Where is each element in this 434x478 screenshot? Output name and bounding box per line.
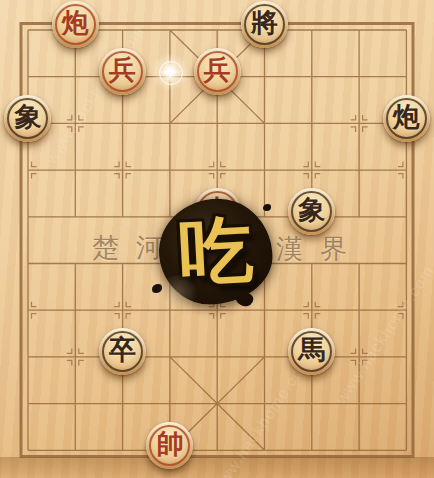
piece-glyph: 炮 — [393, 104, 420, 131]
piece-glyph: 卒 — [109, 337, 136, 364]
piece-glyph: 象 — [298, 197, 325, 224]
piece-glyph: 炮 — [62, 10, 89, 37]
piece-red-cannon[interactable]: 炮 — [52, 1, 99, 48]
piece-glyph: 將 — [251, 10, 278, 37]
piece-red-soldier[interactable]: 兵 — [194, 48, 241, 95]
piece-black-elephant[interactable]: 象 — [4, 95, 51, 142]
piece-glyph: 象 — [14, 104, 41, 131]
piece-red-soldier[interactable]: 兵 — [99, 48, 146, 95]
piece-glyph: 兵 — [109, 57, 136, 84]
xiangqi-board-screen[interactable]: 楚河 漢界 www.hackhome.com www.hackhome.com … — [0, 0, 434, 478]
piece-red-general[interactable]: 帥 — [146, 422, 193, 469]
piece-glyph: 兵 — [204, 57, 231, 84]
piece-black-general[interactable]: 將 — [241, 1, 288, 48]
piece-black-cannon[interactable]: 炮 — [383, 95, 430, 142]
piece-glyph: 帥 — [156, 431, 183, 458]
piece-black-soldier[interactable]: 卒 — [99, 328, 146, 375]
piece-black-elephant[interactable]: 象 — [288, 188, 335, 235]
capture-badge-text: 吃 — [177, 213, 255, 291]
piece-black-horse[interactable]: 馬 — [288, 328, 335, 375]
piece-glyph: 馬 — [298, 337, 325, 364]
